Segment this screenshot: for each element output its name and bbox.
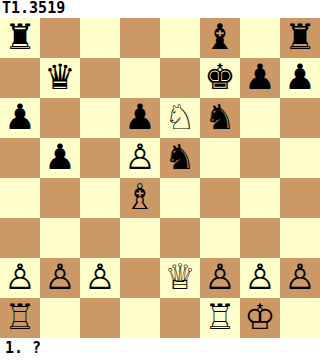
- piece-black-pawn[interactable]: ♟: [124, 98, 155, 137]
- square-f6[interactable]: ♞: [200, 98, 240, 138]
- square-a6[interactable]: ♟: [0, 98, 40, 138]
- move-prompt: 1. ?: [0, 338, 320, 360]
- square-h5[interactable]: [280, 138, 320, 178]
- square-g8[interactable]: [240, 18, 280, 58]
- square-b6[interactable]: [40, 98, 80, 138]
- piece-white-bishop[interactable]: ♗: [124, 178, 155, 217]
- square-g7[interactable]: ♟: [240, 58, 280, 98]
- square-f3[interactable]: [200, 218, 240, 258]
- square-a4[interactable]: [0, 178, 40, 218]
- square-d3[interactable]: [120, 218, 160, 258]
- piece-black-queen[interactable]: ♛: [44, 58, 75, 97]
- square-b1[interactable]: [40, 298, 80, 338]
- piece-white-king[interactable]: ♔: [244, 298, 275, 337]
- piece-white-pawn[interactable]: ♙: [44, 258, 75, 297]
- square-d5[interactable]: ♙: [120, 138, 160, 178]
- square-f1[interactable]: ♖: [200, 298, 240, 338]
- square-d6[interactable]: ♟: [120, 98, 160, 138]
- piece-white-pawn[interactable]: ♙: [204, 258, 235, 297]
- square-e2[interactable]: ♕: [160, 258, 200, 298]
- square-c3[interactable]: [80, 218, 120, 258]
- square-b7[interactable]: ♛: [40, 58, 80, 98]
- piece-black-rook[interactable]: ♜: [4, 18, 35, 57]
- square-c7[interactable]: [80, 58, 120, 98]
- square-h8[interactable]: ♜: [280, 18, 320, 58]
- square-h2[interactable]: ♙: [280, 258, 320, 298]
- piece-white-pawn[interactable]: ♙: [244, 258, 275, 297]
- square-c5[interactable]: [80, 138, 120, 178]
- square-b5[interactable]: ♟: [40, 138, 80, 178]
- piece-white-rook[interactable]: ♖: [4, 298, 35, 337]
- piece-white-pawn[interactable]: ♙: [284, 258, 315, 297]
- square-g3[interactable]: [240, 218, 280, 258]
- piece-black-pawn[interactable]: ♟: [284, 58, 315, 97]
- square-g4[interactable]: [240, 178, 280, 218]
- square-c1[interactable]: [80, 298, 120, 338]
- square-a8[interactable]: ♜: [0, 18, 40, 58]
- square-a2[interactable]: ♙: [0, 258, 40, 298]
- square-f5[interactable]: [200, 138, 240, 178]
- square-h4[interactable]: [280, 178, 320, 218]
- square-e8[interactable]: [160, 18, 200, 58]
- square-d1[interactable]: [120, 298, 160, 338]
- square-h1[interactable]: [280, 298, 320, 338]
- square-e1[interactable]: [160, 298, 200, 338]
- piece-black-rook[interactable]: ♜: [284, 18, 315, 57]
- square-f8[interactable]: ♝: [200, 18, 240, 58]
- square-b2[interactable]: ♙: [40, 258, 80, 298]
- square-c4[interactable]: [80, 178, 120, 218]
- square-a7[interactable]: [0, 58, 40, 98]
- piece-black-knight[interactable]: ♞: [164, 138, 195, 177]
- square-e5[interactable]: ♞: [160, 138, 200, 178]
- square-h6[interactable]: [280, 98, 320, 138]
- puzzle-title: T1.3519: [0, 0, 320, 18]
- piece-black-pawn[interactable]: ♟: [4, 98, 35, 137]
- piece-white-knight[interactable]: ♘: [164, 98, 195, 137]
- piece-white-queen[interactable]: ♕: [164, 258, 195, 297]
- square-f4[interactable]: [200, 178, 240, 218]
- piece-white-pawn[interactable]: ♙: [124, 138, 155, 177]
- square-f7[interactable]: ♚: [200, 58, 240, 98]
- square-d4[interactable]: ♗: [120, 178, 160, 218]
- square-b4[interactable]: [40, 178, 80, 218]
- square-h7[interactable]: ♟: [280, 58, 320, 98]
- square-c2[interactable]: ♙: [80, 258, 120, 298]
- square-a5[interactable]: [0, 138, 40, 178]
- square-d8[interactable]: [120, 18, 160, 58]
- piece-white-rook[interactable]: ♖: [204, 298, 235, 337]
- square-e3[interactable]: [160, 218, 200, 258]
- piece-black-pawn[interactable]: ♟: [44, 138, 75, 177]
- square-f2[interactable]: ♙: [200, 258, 240, 298]
- piece-black-king[interactable]: ♚: [204, 58, 235, 97]
- square-b8[interactable]: [40, 18, 80, 58]
- square-g6[interactable]: [240, 98, 280, 138]
- square-a3[interactable]: [0, 218, 40, 258]
- square-c6[interactable]: [80, 98, 120, 138]
- piece-black-bishop[interactable]: ♝: [204, 18, 235, 57]
- square-g5[interactable]: [240, 138, 280, 178]
- square-d2[interactable]: [120, 258, 160, 298]
- square-b3[interactable]: [40, 218, 80, 258]
- square-h3[interactable]: [280, 218, 320, 258]
- square-e6[interactable]: ♘: [160, 98, 200, 138]
- square-d7[interactable]: [120, 58, 160, 98]
- square-a1[interactable]: ♖: [0, 298, 40, 338]
- square-e7[interactable]: [160, 58, 200, 98]
- piece-black-pawn[interactable]: ♟: [244, 58, 275, 97]
- square-g1[interactable]: ♔: [240, 298, 280, 338]
- square-e4[interactable]: [160, 178, 200, 218]
- piece-white-pawn[interactable]: ♙: [84, 258, 115, 297]
- piece-black-knight[interactable]: ♞: [204, 98, 235, 137]
- square-g2[interactable]: ♙: [240, 258, 280, 298]
- chess-board: ♜♝♜♛♚♟♟♟♟♘♞♟♙♞♗♙♙♙♕♙♙♙♖♖♔: [0, 18, 320, 338]
- piece-white-pawn[interactable]: ♙: [4, 258, 35, 297]
- square-c8[interactable]: [80, 18, 120, 58]
